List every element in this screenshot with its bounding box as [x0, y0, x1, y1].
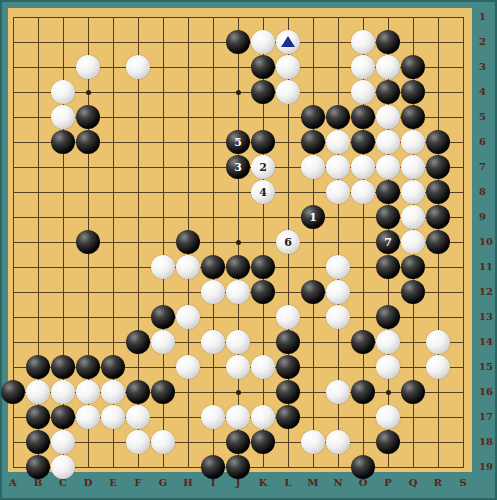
column-letter-label: Q: [406, 477, 420, 488]
white-stone[interactable]: [401, 180, 425, 204]
white-stone[interactable]: [326, 430, 350, 454]
black-stone[interactable]: 3: [226, 155, 250, 179]
go-board[interactable]: 5324167: [8, 8, 472, 472]
white-stone[interactable]: [326, 155, 350, 179]
black-stone[interactable]: 5: [226, 130, 250, 154]
row-number-label: 15: [479, 361, 497, 372]
white-stone[interactable]: [201, 280, 225, 304]
white-stone[interactable]: [401, 130, 425, 154]
black-stone[interactable]: [201, 455, 225, 479]
black-stone[interactable]: [351, 455, 375, 479]
white-stone[interactable]: [301, 430, 325, 454]
column-letter-label: N: [331, 477, 345, 488]
white-stone[interactable]: [151, 330, 175, 354]
black-stone[interactable]: 1: [301, 205, 325, 229]
white-stone[interactable]: [376, 405, 400, 429]
column-letter-label: B: [31, 477, 45, 488]
white-stone[interactable]: 4: [251, 180, 275, 204]
column-letter-label: F: [131, 477, 145, 488]
white-stone[interactable]: [176, 255, 200, 279]
white-stone[interactable]: [401, 155, 425, 179]
black-stone[interactable]: [426, 155, 450, 179]
white-stone[interactable]: [351, 155, 375, 179]
row-number-label: 16: [479, 386, 497, 397]
white-stone[interactable]: [76, 380, 100, 404]
black-stone[interactable]: [351, 380, 375, 404]
black-stone[interactable]: [401, 280, 425, 304]
black-stone[interactable]: [326, 105, 350, 129]
black-stone[interactable]: [401, 55, 425, 79]
white-stone[interactable]: [251, 355, 275, 379]
row-number-label: 4: [479, 86, 497, 97]
black-stone[interactable]: [401, 255, 425, 279]
white-stone[interactable]: [251, 30, 275, 54]
black-stone[interactable]: [226, 455, 250, 479]
white-stone[interactable]: [301, 155, 325, 179]
black-stone[interactable]: [201, 255, 225, 279]
column-letter-label: M: [306, 477, 320, 488]
white-stone[interactable]: [376, 105, 400, 129]
white-stone[interactable]: [226, 355, 250, 379]
white-stone[interactable]: [276, 55, 300, 79]
white-stone[interactable]: [376, 155, 400, 179]
white-stone[interactable]: [176, 305, 200, 329]
row-number-label: 7: [479, 161, 497, 172]
black-stone[interactable]: [251, 430, 275, 454]
black-stone[interactable]: [376, 80, 400, 104]
black-stone[interactable]: [51, 355, 75, 379]
black-stone[interactable]: [1, 380, 25, 404]
white-stone[interactable]: [51, 380, 75, 404]
white-stone[interactable]: [201, 330, 225, 354]
row-number-label: 13: [479, 311, 497, 322]
white-stone[interactable]: [276, 80, 300, 104]
move-number-label: 3: [234, 162, 242, 173]
white-stone[interactable]: [326, 305, 350, 329]
black-stone[interactable]: [76, 230, 100, 254]
black-stone[interactable]: [126, 330, 150, 354]
move-number-label: 6: [284, 237, 292, 248]
column-letter-label: G: [156, 477, 170, 488]
black-stone[interactable]: [351, 105, 375, 129]
white-stone[interactable]: [226, 405, 250, 429]
star-point: [236, 240, 241, 245]
black-stone[interactable]: [376, 180, 400, 204]
black-stone[interactable]: [76, 105, 100, 129]
white-stone[interactable]: [51, 105, 75, 129]
column-letter-label: L: [281, 477, 295, 488]
white-stone[interactable]: [51, 80, 75, 104]
white-stone[interactable]: [151, 430, 175, 454]
white-stone[interactable]: [151, 255, 175, 279]
column-letter-label: J: [231, 477, 245, 488]
white-stone[interactable]: 2: [251, 155, 275, 179]
move-number-label: 4: [259, 187, 267, 198]
black-stone[interactable]: [301, 280, 325, 304]
black-stone[interactable]: [126, 380, 150, 404]
black-stone[interactable]: [401, 80, 425, 104]
black-stone[interactable]: [301, 105, 325, 129]
black-stone[interactable]: [276, 405, 300, 429]
row-number-label: 5: [479, 111, 497, 122]
black-stone[interactable]: [76, 355, 100, 379]
white-stone[interactable]: [201, 405, 225, 429]
star-point: [386, 390, 391, 395]
move-number-label: 1: [309, 212, 317, 223]
black-stone[interactable]: [251, 255, 275, 279]
white-stone[interactable]: [376, 130, 400, 154]
row-number-label: 19: [479, 461, 497, 472]
black-stone[interactable]: [26, 405, 50, 429]
column-letter-label: I: [206, 477, 220, 488]
white-stone[interactable]: [101, 405, 125, 429]
white-stone[interactable]: [351, 180, 375, 204]
white-stone[interactable]: [426, 330, 450, 354]
row-number-label: 3: [479, 61, 497, 72]
move-number-label: 2: [259, 162, 267, 173]
black-stone[interactable]: [426, 180, 450, 204]
white-stone[interactable]: [126, 55, 150, 79]
black-stone[interactable]: [376, 30, 400, 54]
black-stone[interactable]: [401, 380, 425, 404]
black-stone[interactable]: [251, 130, 275, 154]
row-number-label: 18: [479, 436, 497, 447]
black-stone[interactable]: [226, 255, 250, 279]
black-stone[interactable]: [376, 305, 400, 329]
column-letter-label: O: [356, 477, 370, 488]
column-letter-label: R: [431, 477, 445, 488]
black-stone[interactable]: [376, 205, 400, 229]
column-letter-label: S: [456, 477, 470, 488]
triangle-marker-icon: [281, 36, 295, 47]
row-number-label: 9: [479, 211, 497, 222]
white-stone[interactable]: [126, 405, 150, 429]
star-point: [236, 90, 241, 95]
white-stone[interactable]: [326, 280, 350, 304]
column-letter-label: K: [256, 477, 270, 488]
black-stone[interactable]: [151, 380, 175, 404]
white-stone[interactable]: [326, 130, 350, 154]
white-stone[interactable]: [351, 80, 375, 104]
white-stone[interactable]: [376, 355, 400, 379]
column-letter-label: E: [106, 477, 120, 488]
row-number-label: 12: [479, 286, 497, 297]
black-stone[interactable]: [226, 30, 250, 54]
move-number-label: 7: [384, 237, 392, 248]
row-number-label: 6: [479, 136, 497, 147]
white-stone[interactable]: [51, 455, 75, 479]
black-stone[interactable]: [76, 130, 100, 154]
white-stone[interactable]: [226, 330, 250, 354]
black-stone[interactable]: [51, 405, 75, 429]
row-number-label: 8: [479, 186, 497, 197]
white-stone[interactable]: [101, 380, 125, 404]
black-stone[interactable]: [376, 255, 400, 279]
black-stone[interactable]: [176, 230, 200, 254]
black-stone[interactable]: [401, 105, 425, 129]
column-letter-label: H: [181, 477, 195, 488]
white-stone[interactable]: [76, 405, 100, 429]
row-number-label: 11: [479, 261, 497, 272]
white-stone[interactable]: [276, 305, 300, 329]
row-number-label: 1: [479, 11, 497, 22]
white-stone[interactable]: [351, 55, 375, 79]
black-stone[interactable]: [151, 305, 175, 329]
black-stone[interactable]: [251, 80, 275, 104]
row-number-label: 17: [479, 411, 497, 422]
white-stone[interactable]: [51, 430, 75, 454]
column-letter-label: P: [381, 477, 395, 488]
white-stone[interactable]: [326, 380, 350, 404]
white-stone[interactable]: [426, 355, 450, 379]
star-point: [236, 390, 241, 395]
grid-line-vertical: [313, 17, 314, 468]
black-stone[interactable]: [426, 205, 450, 229]
grid-line-vertical: [463, 17, 464, 468]
white-stone[interactable]: 6: [276, 230, 300, 254]
white-stone[interactable]: [351, 30, 375, 54]
row-number-label: 14: [479, 336, 497, 347]
white-stone[interactable]: [376, 330, 400, 354]
black-stone[interactable]: [351, 330, 375, 354]
move-number-label: 5: [234, 137, 242, 148]
row-number-label: 2: [479, 36, 497, 47]
white-stone[interactable]: [251, 405, 275, 429]
white-stone[interactable]: [176, 355, 200, 379]
white-stone[interactable]: [76, 55, 100, 79]
white-stone[interactable]: [401, 230, 425, 254]
black-stone[interactable]: [51, 130, 75, 154]
black-stone[interactable]: [426, 130, 450, 154]
white-stone[interactable]: [326, 255, 350, 279]
black-stone[interactable]: [26, 430, 50, 454]
column-letter-label: D: [81, 477, 95, 488]
white-stone[interactable]: [401, 205, 425, 229]
black-stone[interactable]: [426, 230, 450, 254]
column-letter-label: C: [56, 477, 70, 488]
go-app-frame: 5324167 ABCDEFGHIJKLMNOPQRS1234567891011…: [0, 0, 497, 500]
black-stone[interactable]: [351, 130, 375, 154]
row-number-label: 10: [479, 236, 497, 247]
column-letter-label: A: [6, 477, 20, 488]
black-stone[interactable]: [276, 355, 300, 379]
black-stone[interactable]: [101, 355, 125, 379]
black-stone[interactable]: [301, 130, 325, 154]
black-stone[interactable]: [251, 280, 275, 304]
black-stone[interactable]: [26, 355, 50, 379]
white-stone[interactable]: [126, 430, 150, 454]
black-stone[interactable]: [276, 380, 300, 404]
white-stone[interactable]: [226, 280, 250, 304]
black-stone[interactable]: 7: [376, 230, 400, 254]
white-stone[interactable]: [376, 55, 400, 79]
black-stone[interactable]: [376, 430, 400, 454]
white-stone[interactable]: [26, 380, 50, 404]
star-point: [86, 90, 91, 95]
white-stone[interactable]: [326, 180, 350, 204]
black-stone[interactable]: [226, 430, 250, 454]
black-stone[interactable]: [251, 55, 275, 79]
black-stone[interactable]: [276, 330, 300, 354]
black-stone[interactable]: [26, 455, 50, 479]
